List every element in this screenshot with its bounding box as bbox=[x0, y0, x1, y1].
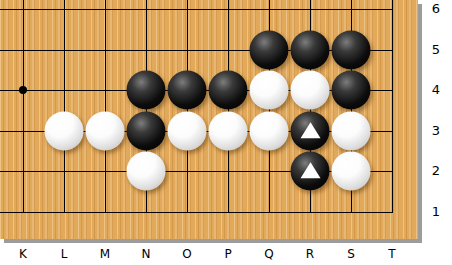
black-stone-S5[interactable] bbox=[332, 31, 371, 70]
column-label-O: O bbox=[177, 246, 197, 262]
grid-line-col-L bbox=[64, 0, 65, 213]
row-label-6: 6 bbox=[427, 1, 445, 17]
grid-line-col-M bbox=[105, 0, 106, 213]
row-label-4: 4 bbox=[427, 82, 445, 98]
black-stone-R2[interactable] bbox=[291, 152, 330, 191]
column-label-K: K bbox=[13, 246, 33, 262]
triangle-mark-icon bbox=[300, 122, 320, 138]
white-stone-O3[interactable] bbox=[168, 112, 207, 151]
black-stone-N4[interactable] bbox=[127, 71, 166, 110]
column-label-M: M bbox=[95, 246, 115, 262]
triangle-mark-icon bbox=[300, 162, 320, 178]
column-label-T: T bbox=[382, 246, 402, 262]
white-stone-Q4[interactable] bbox=[250, 71, 289, 110]
black-stone-S4[interactable] bbox=[332, 71, 371, 110]
column-label-Q: Q bbox=[259, 246, 279, 262]
grid-line-col-K bbox=[23, 0, 24, 213]
grid-line-row-6 bbox=[0, 9, 393, 10]
white-stone-Q3[interactable] bbox=[250, 112, 289, 151]
white-stone-R4[interactable] bbox=[291, 71, 330, 110]
goban[interactable] bbox=[0, 0, 418, 239]
black-stone-N3[interactable] bbox=[127, 112, 166, 151]
star-point-K4 bbox=[19, 86, 27, 94]
white-stone-S3[interactable] bbox=[332, 112, 371, 151]
column-label-L: L bbox=[54, 246, 74, 262]
row-label-3: 3 bbox=[427, 123, 445, 139]
column-label-P: P bbox=[218, 246, 238, 262]
white-stone-P3[interactable] bbox=[209, 112, 248, 151]
column-label-N: N bbox=[136, 246, 156, 262]
white-stone-N2[interactable] bbox=[127, 152, 166, 191]
grid-line-row-1 bbox=[0, 212, 393, 213]
grid-line-col-T bbox=[392, 0, 393, 213]
row-label-1: 1 bbox=[427, 204, 445, 220]
row-label-5: 5 bbox=[427, 42, 445, 58]
column-label-R: R bbox=[300, 246, 320, 262]
column-label-S: S bbox=[341, 246, 361, 262]
row-label-2: 2 bbox=[427, 163, 445, 179]
white-stone-M3[interactable] bbox=[86, 112, 125, 151]
white-stone-S2[interactable] bbox=[332, 152, 371, 191]
white-stone-L3[interactable] bbox=[45, 112, 84, 151]
go-diagram: KLMNOPQRST123456 bbox=[0, 0, 452, 265]
black-stone-P4[interactable] bbox=[209, 71, 248, 110]
black-stone-O4[interactable] bbox=[168, 71, 207, 110]
black-stone-Q5[interactable] bbox=[250, 31, 289, 70]
black-stone-R3[interactable] bbox=[291, 112, 330, 151]
black-stone-R5[interactable] bbox=[291, 31, 330, 70]
